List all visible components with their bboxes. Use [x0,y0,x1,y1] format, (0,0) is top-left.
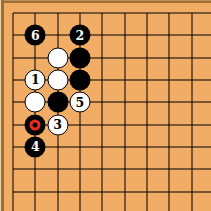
intersection-2-9 [24,180,46,202]
intersection-8-7 [158,136,180,158]
black-stone-move-2: 2 [69,25,90,46]
intersection-10-9 [203,180,211,202]
intersection-4-5: 5 [69,91,91,113]
intersection-5-6 [91,113,113,135]
intersection-1-9 [2,180,24,202]
move-number: 6 [31,29,40,42]
intersection-6-4 [113,69,135,91]
intersection-4-10 [69,203,91,211]
intersection-8-5 [158,91,180,113]
intersection-2-3 [24,46,46,68]
intersection-1-7 [2,136,24,158]
intersection-4-3 [69,46,91,68]
intersection-10-5 [203,91,211,113]
intersection-9-4 [180,69,202,91]
intersection-5-7 [91,136,113,158]
intersection-3-10 [46,203,68,211]
intersection-9-1 [180,2,202,24]
intersection-7-5 [136,91,158,113]
intersection-4-2: 2 [69,24,91,46]
intersection-7-1 [136,2,158,24]
intersection-8-1 [158,2,180,24]
intersection-10-2 [203,24,211,46]
intersection-7-8 [136,158,158,180]
intersection-6-10 [113,203,135,211]
black-stone-move-4: 4 [25,136,46,157]
move-number: 2 [76,29,85,42]
intersection-8-8 [158,158,180,180]
intersection-8-2 [158,24,180,46]
intersection-6-3 [113,46,135,68]
intersection-6-6 [113,113,135,135]
intersection-9-8 [180,158,202,180]
intersection-2-4: 1 [24,69,46,91]
intersection-5-8 [91,158,113,180]
intersection-10-4 [203,69,211,91]
intersection-3-6: 3 [46,113,68,135]
intersection-6-9 [113,180,135,202]
intersection-6-5 [113,91,135,113]
intersection-9-9 [180,180,202,202]
intersection-2-5 [24,91,46,113]
intersection-10-10 [203,203,211,211]
white-stone [47,69,68,90]
move-number: 4 [31,141,40,154]
intersection-1-4 [2,69,24,91]
intersection-4-9 [69,180,91,202]
intersection-6-7 [113,136,135,158]
intersection-3-1 [46,2,68,24]
intersection-2-10 [24,203,46,211]
intersection-8-10 [158,203,180,211]
intersection-7-7 [136,136,158,158]
intersection-2-8 [24,158,46,180]
go-board-diagram: 621534 [0,0,211,211]
intersection-3-5 [46,91,68,113]
black-stone [47,92,68,113]
intersection-7-9 [136,180,158,202]
move-number: 3 [53,118,62,131]
intersection-9-5 [180,91,202,113]
white-stone-move-3: 3 [47,114,68,135]
intersection-8-6 [158,113,180,135]
intersection-7-3 [136,46,158,68]
intersection-7-6 [136,113,158,135]
intersection-8-3 [158,46,180,68]
intersection-5-1 [91,2,113,24]
intersection-8-9 [158,180,180,202]
move-number: 1 [31,74,40,87]
intersection-8-4 [158,69,180,91]
white-stone [25,92,46,113]
intersection-1-3 [2,46,24,68]
intersection-4-6 [69,113,91,135]
white-stone-move-1: 1 [25,69,46,90]
intersection-6-1 [113,2,135,24]
intersection-2-2: 6 [24,24,46,46]
intersection-1-8 [2,158,24,180]
intersection-10-6 [203,113,211,135]
intersection-6-8 [113,158,135,180]
intersection-1-2 [2,24,24,46]
black-stone [69,47,90,68]
intersection-7-10 [136,203,158,211]
intersection-5-3 [91,46,113,68]
intersection-4-1 [69,2,91,24]
intersection-3-3 [46,46,68,68]
intersection-5-5 [91,91,113,113]
intersection-1-1 [2,2,24,24]
intersection-9-2 [180,24,202,46]
intersection-9-7 [180,136,202,158]
white-stone-move-5: 5 [69,92,90,113]
move-number: 5 [76,96,85,109]
intersection-5-9 [91,180,113,202]
black-stone-move-6: 6 [25,25,46,46]
intersection-4-8 [69,158,91,180]
white-stone [47,47,68,68]
intersection-9-6 [180,113,202,135]
red-circle-marker-icon [30,119,41,130]
intersection-10-1 [203,2,211,24]
intersection-2-6 [24,113,46,135]
intersection-3-2 [46,24,68,46]
intersection-3-8 [46,158,68,180]
go-board-grid: 621534 [2,2,211,211]
intersection-4-4 [69,69,91,91]
intersection-10-3 [203,46,211,68]
intersection-3-7 [46,136,68,158]
intersection-6-2 [113,24,135,46]
intersection-7-2 [136,24,158,46]
intersection-1-6 [2,113,24,135]
black-stone [25,114,46,135]
intersection-2-1 [24,2,46,24]
intersection-5-2 [91,24,113,46]
black-stone [69,69,90,90]
intersection-5-10 [91,203,113,211]
intersection-7-4 [136,69,158,91]
intersection-5-4 [91,69,113,91]
intersection-10-7 [203,136,211,158]
intersection-4-7 [69,136,91,158]
intersection-2-7: 4 [24,136,46,158]
intersection-3-9 [46,180,68,202]
intersection-3-4 [46,69,68,91]
intersection-1-5 [2,91,24,113]
intersection-9-10 [180,203,202,211]
intersection-10-8 [203,158,211,180]
intersection-1-10 [2,203,24,211]
intersection-9-3 [180,46,202,68]
